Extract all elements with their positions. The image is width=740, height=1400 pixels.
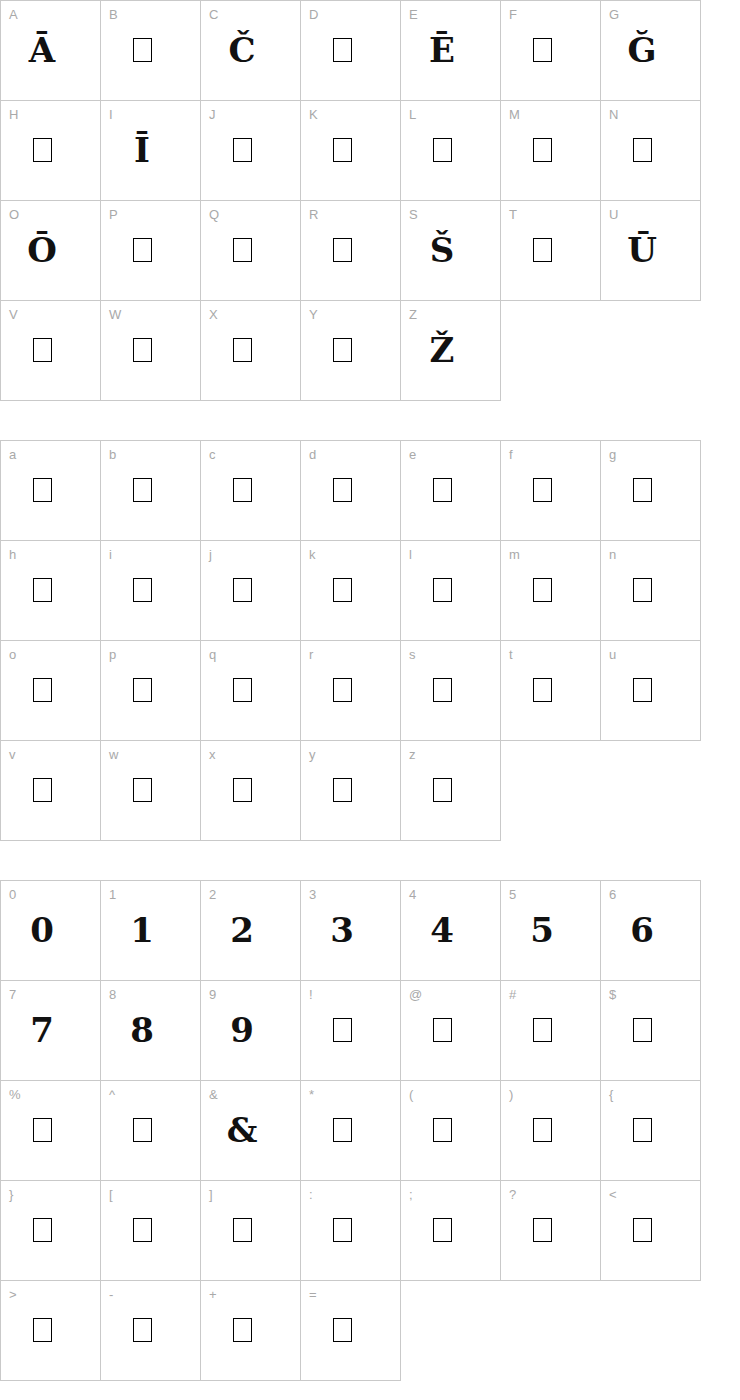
cell-character-label: ) <box>509 1088 514 1102</box>
tofu-box-icon <box>533 238 552 262</box>
glyph-cell-V: V <box>1 301 101 401</box>
tofu-box-icon <box>33 1118 52 1142</box>
glyph-cell-U: UŪ <box>601 201 701 301</box>
glyph-cell-Y: Y <box>301 301 401 401</box>
cell-character-label: w <box>109 748 119 762</box>
missing-glyph <box>301 1301 383 1359</box>
glyph-cell-u: u <box>601 641 701 741</box>
missing-glyph <box>301 21 383 79</box>
missing-glyph <box>501 21 583 79</box>
missing-glyph <box>101 1101 183 1159</box>
missing-glyph <box>1 1101 83 1159</box>
missing-glyph <box>201 221 283 279</box>
cell-character-label: F <box>509 8 517 22</box>
cell-character-label: Q <box>209 208 220 222</box>
rendered-glyph: 3 <box>301 901 383 959</box>
glyph-cell-L: L <box>401 101 501 201</box>
tofu-box-icon <box>233 338 252 362</box>
tofu-box-icon <box>133 478 152 502</box>
tofu-box-icon <box>433 778 452 802</box>
missing-glyph <box>201 1201 283 1259</box>
missing-glyph <box>301 661 383 719</box>
glyph-cell-a: a <box>1 441 101 541</box>
cell-character-label: * <box>309 1088 315 1102</box>
missing-glyph <box>601 1201 683 1259</box>
tofu-box-icon <box>233 1318 252 1342</box>
missing-glyph <box>1 661 83 719</box>
tofu-box-icon <box>33 678 52 702</box>
cell-character-label: < <box>609 1188 617 1202</box>
tofu-box-icon <box>633 578 652 602</box>
cell-character-label: ; <box>409 1188 413 1202</box>
tofu-box-icon <box>33 1218 52 1242</box>
cell-character-label: 5 <box>509 888 517 902</box>
glyph-cell-C: CČ <box>201 1 301 101</box>
cell-character-label: b <box>109 448 117 462</box>
missing-glyph <box>401 561 483 619</box>
missing-glyph <box>501 461 583 519</box>
cell-character-label: y <box>309 748 316 762</box>
cell-character-label: f <box>509 448 513 462</box>
glyph-cell-n: n <box>601 541 701 641</box>
missing-glyph <box>101 561 183 619</box>
tofu-box-icon <box>633 678 652 702</box>
cell-character-label: 2 <box>209 888 217 902</box>
rendered-glyph: Ā <box>1 21 83 79</box>
cell-character-label: v <box>9 748 16 762</box>
missing-glyph <box>501 661 583 719</box>
missing-glyph <box>301 321 383 379</box>
glyph-cell-D: D <box>301 1 401 101</box>
cell-character-label: ! <box>309 988 313 1002</box>
rendered-glyph: Ī <box>101 121 183 179</box>
cell-character-label: M <box>509 108 520 122</box>
glyph-cell-e: e <box>401 441 501 541</box>
missing-glyph <box>301 1101 383 1159</box>
glyph-cell-S: SŠ <box>401 201 501 301</box>
rendered-glyph: Č <box>201 21 283 79</box>
tofu-box-icon <box>233 1218 252 1242</box>
cell-character-label: z <box>409 748 416 762</box>
glyph-cell-r: r <box>301 641 401 741</box>
missing-glyph <box>401 1201 483 1259</box>
tofu-box-icon <box>333 778 352 802</box>
glyph-cell-x: x <box>201 741 301 841</box>
cell-character-label: [ <box>109 1188 113 1202</box>
tofu-box-icon <box>333 38 352 62</box>
cell-character-label: & <box>209 1088 218 1102</box>
cell-character-label: R <box>309 208 319 222</box>
missing-glyph <box>1 1201 83 1259</box>
rendered-glyph: Ū <box>601 221 683 279</box>
cell-character-label: m <box>509 548 520 562</box>
missing-glyph <box>101 1201 183 1259</box>
tofu-box-icon <box>333 1018 352 1042</box>
missing-glyph <box>201 761 283 819</box>
rendered-glyph: 7 <box>1 1001 83 1059</box>
tofu-box-icon <box>433 678 452 702</box>
glyph-cell-j: j <box>201 541 301 641</box>
tofu-box-icon <box>133 1118 152 1142</box>
glyph-cell-1: 11 <box>101 881 201 981</box>
missing-glyph <box>101 461 183 519</box>
missing-glyph <box>301 461 383 519</box>
missing-glyph <box>1 321 83 379</box>
missing-glyph <box>501 221 583 279</box>
tofu-box-icon <box>33 1318 52 1342</box>
cell-character-label: Y <box>309 308 318 322</box>
cell-character-label: t <box>509 648 513 662</box>
tofu-box-icon <box>333 238 352 262</box>
cell-character-label: r <box>309 648 314 662</box>
cell-character-label: G <box>609 8 620 22</box>
missing-glyph <box>301 221 383 279</box>
missing-glyph <box>201 561 283 619</box>
glyph-cell-I: IĪ <box>101 101 201 201</box>
tofu-box-icon <box>333 478 352 502</box>
tofu-box-icon <box>33 138 52 162</box>
cell-character-label: W <box>109 308 122 322</box>
glyph-cell-:: : <box>301 1181 401 1281</box>
tofu-box-icon <box>633 138 652 162</box>
missing-glyph <box>101 761 183 819</box>
missing-glyph <box>301 1001 383 1059</box>
tofu-box-icon <box>233 478 252 502</box>
cell-character-label: $ <box>609 988 617 1002</box>
glyph-cell-t: t <box>501 641 601 741</box>
glyph-cell-M: M <box>501 101 601 201</box>
glyph-cell-0: 00 <box>1 881 101 981</box>
tofu-box-icon <box>33 478 52 502</box>
cell-character-label: 9 <box>209 988 217 1002</box>
missing-glyph <box>401 661 483 719</box>
glyph-cell-b: b <box>101 441 201 541</box>
glyph-cell-O: OŌ <box>1 201 101 301</box>
missing-glyph <box>401 121 483 179</box>
tofu-box-icon <box>533 138 552 162</box>
glyph-cell-k: k <box>301 541 401 641</box>
cell-character-label: } <box>9 1188 14 1202</box>
glyph-cell-g: g <box>601 441 701 541</box>
glyph-cell-<: < <box>601 1181 701 1281</box>
glyph-cell-%: % <box>1 1081 101 1181</box>
missing-glyph <box>201 121 283 179</box>
cell-character-label: a <box>9 448 17 462</box>
glyph-cell-y: y <box>301 741 401 841</box>
glyph-cell-N: N <box>601 101 701 201</box>
cell-character-label: T <box>509 208 517 222</box>
cell-character-label: ] <box>209 1188 213 1202</box>
glyph-cell--: - <box>101 1281 201 1381</box>
glyph-cell-E: EĒ <box>401 1 501 101</box>
glyph-cell-?: ? <box>501 1181 601 1281</box>
tofu-box-icon <box>633 1218 652 1242</box>
tofu-box-icon <box>233 678 252 702</box>
missing-glyph <box>201 321 283 379</box>
tofu-box-icon <box>333 338 352 362</box>
glyph-cell-w: w <box>101 741 201 841</box>
glyph-cell-*: * <box>301 1081 401 1181</box>
cell-character-label: @ <box>409 988 423 1002</box>
tofu-box-icon <box>133 678 152 702</box>
cell-character-label: ^ <box>109 1088 116 1102</box>
glyph-cell-R: R <box>301 201 401 301</box>
glyph-cell-): ) <box>501 1081 601 1181</box>
rendered-glyph: 4 <box>401 901 483 959</box>
glyph-cell-P: P <box>101 201 201 301</box>
tofu-box-icon <box>433 1218 452 1242</box>
glyph-cell-]: ] <box>201 1181 301 1281</box>
cell-character-label: E <box>409 8 418 22</box>
glyph-cell-G: GĞ <box>601 1 701 101</box>
rendered-glyph: 5 <box>501 901 583 959</box>
cell-character-label: 4 <box>409 888 417 902</box>
glyph-cell-s: s <box>401 641 501 741</box>
glyph-cell-6: 66 <box>601 881 701 981</box>
tofu-box-icon <box>333 1318 352 1342</box>
tofu-box-icon <box>133 338 152 362</box>
cell-character-label: C <box>209 8 219 22</box>
tofu-box-icon <box>133 1218 152 1242</box>
glyph-cell-m: m <box>501 541 601 641</box>
cell-character-label: = <box>309 1288 317 1302</box>
tofu-box-icon <box>233 238 252 262</box>
cell-character-label: Z <box>409 308 417 322</box>
missing-glyph <box>1 561 83 619</box>
cell-character-label: u <box>609 648 617 662</box>
tofu-box-icon <box>433 1018 452 1042</box>
rendered-glyph: Š <box>401 221 483 279</box>
tofu-box-icon <box>333 678 352 702</box>
cell-character-label: D <box>309 8 319 22</box>
missing-glyph <box>301 121 383 179</box>
missing-glyph <box>201 461 283 519</box>
missing-glyph <box>101 221 183 279</box>
glyph-cell-X: X <box>201 301 301 401</box>
tofu-box-icon <box>533 38 552 62</box>
glyph-cell-^: ^ <box>101 1081 201 1181</box>
cell-character-label: n <box>609 548 617 562</box>
missing-glyph <box>101 1301 183 1359</box>
missing-glyph <box>201 1301 283 1359</box>
missing-glyph <box>1 761 83 819</box>
glyph-cell-z: z <box>401 741 501 841</box>
tofu-box-icon <box>433 1118 452 1142</box>
cell-character-label: B <box>109 8 118 22</box>
rendered-glyph: 9 <box>201 1001 283 1059</box>
cell-character-label: q <box>209 648 217 662</box>
character-map: AĀBCČDEĒFGĞHIĪJKLMNOŌPQRSŠTUŪVWXYZŽ abcd… <box>0 0 740 1381</box>
glyph-cell-Z: ZŽ <box>401 301 501 401</box>
missing-glyph <box>101 21 183 79</box>
glyph-cell-4: 44 <box>401 881 501 981</box>
cell-character-label: P <box>109 208 118 222</box>
tofu-box-icon <box>333 1118 352 1142</box>
cell-character-label: O <box>9 208 20 222</box>
tofu-box-icon <box>33 338 52 362</box>
glyph-cell-o: o <box>1 641 101 741</box>
tofu-box-icon <box>233 778 252 802</box>
tofu-box-icon <box>333 1218 352 1242</box>
missing-glyph <box>501 1201 583 1259</box>
cell-character-label: k <box>309 548 316 562</box>
tofu-box-icon <box>533 578 552 602</box>
glyph-cell-c: c <box>201 441 301 541</box>
cell-character-label: I <box>109 108 113 122</box>
glyph-cell-}: } <box>1 1181 101 1281</box>
tofu-box-icon <box>533 1118 552 1142</box>
glyph-cell-2: 22 <box>201 881 301 981</box>
tofu-box-icon <box>233 138 252 162</box>
tofu-box-icon <box>533 1018 552 1042</box>
cell-character-label: S <box>409 208 418 222</box>
glyph-cell-K: K <box>301 101 401 201</box>
missing-glyph <box>101 661 183 719</box>
tofu-box-icon <box>333 578 352 602</box>
missing-glyph <box>1 121 83 179</box>
tofu-box-icon <box>133 1318 152 1342</box>
glyph-cell-{: { <box>601 1081 701 1181</box>
tofu-box-icon <box>433 138 452 162</box>
rendered-glyph: Ğ <box>601 21 683 79</box>
glyph-cell-J: J <box>201 101 301 201</box>
glyph-cell-F: F <box>501 1 601 101</box>
tofu-box-icon <box>433 578 452 602</box>
tofu-box-icon <box>33 778 52 802</box>
glyph-cell-$: $ <box>601 981 701 1081</box>
glyph-cell-+: + <box>201 1281 301 1381</box>
cell-character-label: N <box>609 108 619 122</box>
glyph-cell-;: ; <box>401 1181 501 1281</box>
glyph-cell-(: ( <box>401 1081 501 1181</box>
missing-glyph <box>1 461 83 519</box>
glyph-cell-[: [ <box>101 1181 201 1281</box>
tofu-box-icon <box>233 578 252 602</box>
glyph-cell-i: i <box>101 541 201 641</box>
cell-character-label: h <box>9 548 17 562</box>
cell-character-label: V <box>9 308 18 322</box>
cell-character-label: - <box>109 1288 114 1302</box>
cell-character-label: > <box>9 1288 17 1302</box>
tofu-box-icon <box>633 1118 652 1142</box>
missing-glyph <box>501 1001 583 1059</box>
cell-character-label: c <box>209 448 216 462</box>
cell-character-label: H <box>9 108 19 122</box>
missing-glyph <box>401 1001 483 1059</box>
missing-glyph <box>1 1301 83 1359</box>
glyph-cell-d: d <box>301 441 401 541</box>
glyph-cell-W: W <box>101 301 201 401</box>
cell-character-label: { <box>609 1088 614 1102</box>
cell-character-label: K <box>309 108 318 122</box>
cell-character-label: ? <box>509 1188 517 1202</box>
cell-character-label: d <box>309 448 317 462</box>
tofu-box-icon <box>133 238 152 262</box>
missing-glyph <box>101 321 183 379</box>
glyph-cell-H: H <box>1 101 101 201</box>
cell-character-label: 0 <box>9 888 17 902</box>
glyph-cell-l: l <box>401 541 501 641</box>
missing-glyph <box>401 761 483 819</box>
glyph-cell-=: = <box>301 1281 401 1381</box>
lowercase-table: abcdefghijklmnopqrstuvwxyz <box>0 440 701 841</box>
cell-character-label: x <box>209 748 216 762</box>
glyph-cell-A: AĀ <box>1 1 101 101</box>
glyph-cell-v: v <box>1 741 101 841</box>
tofu-box-icon <box>533 478 552 502</box>
glyph-cell-h: h <box>1 541 101 641</box>
missing-glyph <box>601 1001 683 1059</box>
missing-glyph <box>601 661 683 719</box>
missing-glyph <box>601 121 683 179</box>
cell-character-label: ( <box>409 1088 414 1102</box>
rendered-glyph: 1 <box>101 901 183 959</box>
glyph-cell-7: 77 <box>1 981 101 1081</box>
rendered-glyph: 8 <box>101 1001 183 1059</box>
cell-character-label: e <box>409 448 417 462</box>
cell-character-label: X <box>209 308 218 322</box>
tofu-box-icon <box>633 1018 652 1042</box>
missing-glyph <box>601 461 683 519</box>
glyph-cell-8: 88 <box>101 981 201 1081</box>
cell-character-label: : <box>309 1188 313 1202</box>
rendered-glyph: & <box>201 1101 283 1159</box>
rendered-glyph: 2 <box>201 901 283 959</box>
glyph-cell-#: # <box>501 981 601 1081</box>
cell-character-label: U <box>609 208 619 222</box>
missing-glyph <box>301 561 383 619</box>
rendered-glyph: 0 <box>1 901 83 959</box>
rendered-glyph: Ž <box>401 321 483 379</box>
glyph-cell->: > <box>1 1281 101 1381</box>
digits-symbols-table: 00112233445566778899!@#$%^&&*(){}[]:;?<>… <box>0 880 701 1381</box>
missing-glyph <box>301 1201 383 1259</box>
glyph-cell-q: q <box>201 641 301 741</box>
glyph-cell-9: 99 <box>201 981 301 1081</box>
cell-character-label: J <box>209 108 216 122</box>
tofu-box-icon <box>533 1218 552 1242</box>
cell-character-label: 1 <box>109 888 117 902</box>
missing-glyph <box>401 461 483 519</box>
glyph-cell-T: T <box>501 201 601 301</box>
cell-character-label: p <box>109 648 117 662</box>
glyph-cell-!: ! <box>301 981 401 1081</box>
glyph-cell-5: 55 <box>501 881 601 981</box>
cell-character-label: % <box>9 1088 21 1102</box>
glyph-cell-Q: Q <box>201 201 301 301</box>
missing-glyph <box>501 121 583 179</box>
cell-character-label: + <box>209 1288 217 1302</box>
tofu-box-icon <box>133 38 152 62</box>
missing-glyph <box>401 1101 483 1159</box>
cell-character-label: L <box>409 108 417 122</box>
cell-character-label: 6 <box>609 888 617 902</box>
rendered-glyph: Ō <box>1 221 83 279</box>
glyph-cell-p: p <box>101 641 201 741</box>
cell-character-label: g <box>609 448 617 462</box>
cell-character-label: j <box>209 548 212 562</box>
cell-character-label: A <box>9 8 18 22</box>
glyph-cell-&: && <box>201 1081 301 1181</box>
glyph-cell-f: f <box>501 441 601 541</box>
missing-glyph <box>201 661 283 719</box>
cell-character-label: # <box>509 988 517 1002</box>
missing-glyph <box>601 1101 683 1159</box>
missing-glyph <box>601 561 683 619</box>
rendered-glyph: Ē <box>401 21 483 79</box>
tofu-box-icon <box>133 578 152 602</box>
glyph-cell-3: 33 <box>301 881 401 981</box>
